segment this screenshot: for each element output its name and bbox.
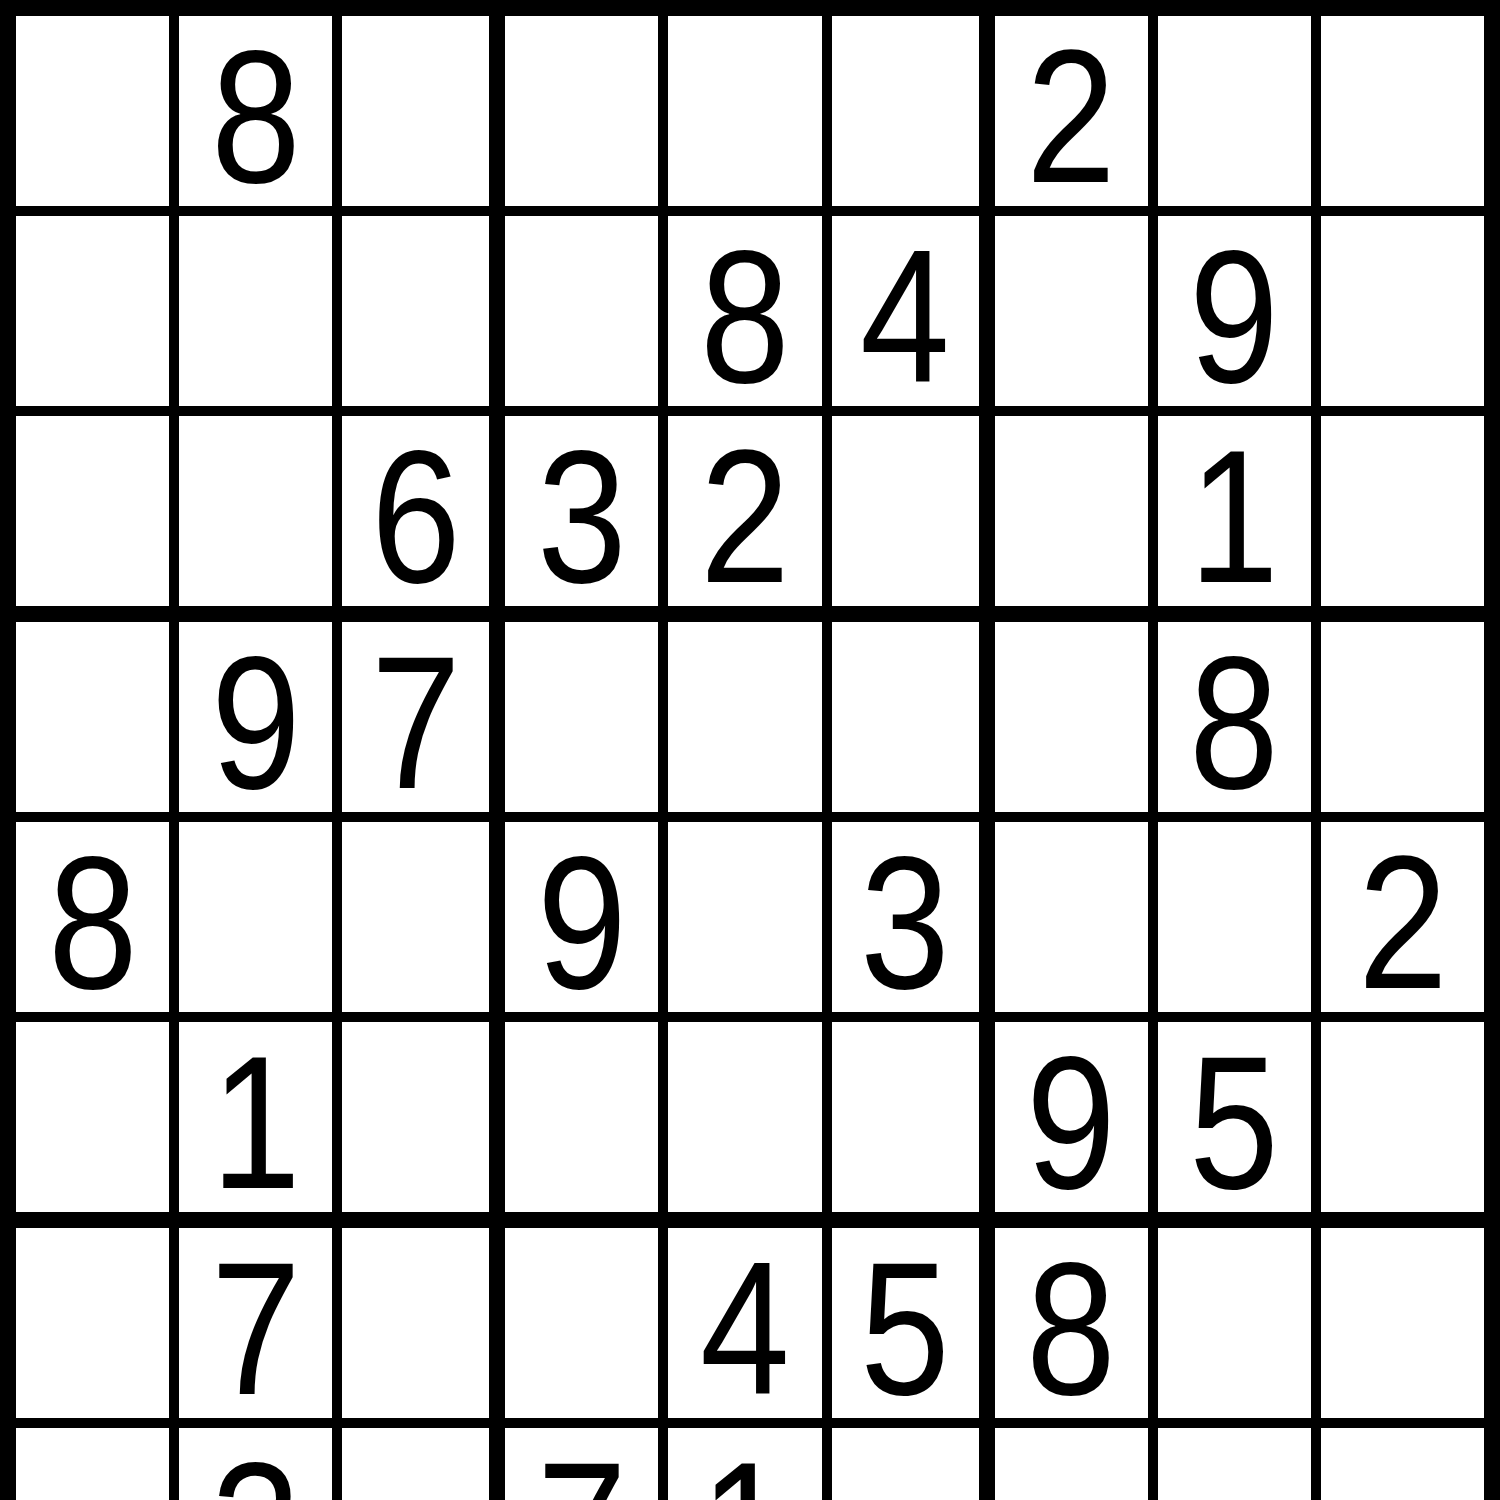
sudoku-cell-r6c4[interactable] xyxy=(505,1022,668,1228)
cell-digit: 7 xyxy=(211,1233,301,1423)
sudoku-cell-r1c1[interactable] xyxy=(16,16,179,216)
cell-digit: 1 xyxy=(700,1433,790,1500)
sudoku-cell-r7c5[interactable]: 4 xyxy=(668,1228,831,1428)
cell-digit: 8 xyxy=(1026,1233,1116,1423)
sudoku-cell-r1c3[interactable] xyxy=(342,16,505,216)
sudoku-cell-r7c8[interactable] xyxy=(1158,1228,1321,1428)
sudoku-cell-r5c2[interactable] xyxy=(179,822,342,1022)
sudoku-cell-r5c8[interactable] xyxy=(1158,822,1321,1022)
sudoku-cell-r5c4[interactable]: 9 xyxy=(505,822,668,1022)
cell-digit: 7 xyxy=(537,1433,627,1500)
sudoku-cell-r8c8[interactable] xyxy=(1158,1428,1321,1500)
sudoku-cell-r4c9[interactable] xyxy=(1321,622,1484,822)
sudoku-cell-r8c2[interactable]: 3 xyxy=(179,1428,342,1500)
sudoku-cell-r4c7[interactable] xyxy=(995,622,1158,822)
sudoku-cell-r3c1[interactable] xyxy=(16,416,179,622)
sudoku-cell-r2c4[interactable] xyxy=(505,216,668,416)
sudoku-cell-r7c6[interactable]: 5 xyxy=(832,1228,995,1428)
sudoku-cell-r4c3[interactable]: 7 xyxy=(342,622,505,822)
sudoku-cell-r2c2[interactable] xyxy=(179,216,342,416)
sudoku-cell-r2c3[interactable] xyxy=(342,216,505,416)
sudoku-cell-r8c4[interactable]: 7 xyxy=(505,1428,668,1500)
sudoku-cell-r7c3[interactable] xyxy=(342,1228,505,1428)
sudoku-cell-r7c4[interactable] xyxy=(505,1228,668,1428)
cell-digit: 2 xyxy=(1358,827,1448,1017)
sudoku-cell-r5c1[interactable]: 8 xyxy=(16,822,179,1022)
cell-digit: 4 xyxy=(700,1233,790,1423)
sudoku-cell-r8c9[interactable] xyxy=(1321,1428,1484,1500)
sudoku-cell-r6c6[interactable] xyxy=(832,1022,995,1228)
sudoku-cell-r3c5[interactable]: 2 xyxy=(668,416,831,622)
cell-digit: 4 xyxy=(860,221,950,411)
sudoku-cell-r2c5[interactable]: 8 xyxy=(668,216,831,416)
sudoku-cell-r6c7[interactable]: 9 xyxy=(995,1022,1158,1228)
cell-digit: 2 xyxy=(700,421,790,611)
sudoku-cell-r5c3[interactable] xyxy=(342,822,505,1022)
sudoku-cell-r5c7[interactable] xyxy=(995,822,1158,1022)
cell-digit: 8 xyxy=(1189,627,1279,817)
sudoku-cell-r3c4[interactable]: 3 xyxy=(505,416,668,622)
sudoku-cell-r8c7[interactable] xyxy=(995,1428,1158,1500)
sudoku-cell-r6c1[interactable] xyxy=(16,1022,179,1228)
cell-digit: 1 xyxy=(211,1027,301,1217)
sudoku-cell-r2c7[interactable] xyxy=(995,216,1158,416)
cell-digit: 5 xyxy=(1189,1027,1279,1217)
sudoku-cell-r7c2[interactable]: 7 xyxy=(179,1228,342,1428)
sudoku-cell-r4c4[interactable] xyxy=(505,622,668,822)
cell-digit: 6 xyxy=(371,421,461,611)
cell-digit: 3 xyxy=(537,421,627,611)
sudoku-cell-r4c6[interactable] xyxy=(832,622,995,822)
sudoku-cell-r7c7[interactable]: 8 xyxy=(995,1228,1158,1428)
sudoku-cell-r6c8[interactable]: 5 xyxy=(1158,1022,1321,1228)
sudoku-cell-r4c5[interactable] xyxy=(668,622,831,822)
sudoku-cell-r5c5[interactable] xyxy=(668,822,831,1022)
cell-digit: 8 xyxy=(211,21,301,211)
cell-digit: 3 xyxy=(211,1433,301,1500)
cell-digit: 3 xyxy=(860,827,950,1017)
sudoku-cell-r8c1[interactable] xyxy=(16,1428,179,1500)
sudoku-cell-r6c5[interactable] xyxy=(668,1022,831,1228)
sudoku-cell-r6c2[interactable]: 1 xyxy=(179,1022,342,1228)
sudoku-cell-r4c1[interactable] xyxy=(16,622,179,822)
sudoku-cell-r4c2[interactable]: 9 xyxy=(179,622,342,822)
sudoku-cell-r1c4[interactable] xyxy=(505,16,668,216)
sudoku-cell-r3c7[interactable] xyxy=(995,416,1158,622)
sudoku-cell-r3c2[interactable] xyxy=(179,416,342,622)
sudoku-cell-r6c3[interactable] xyxy=(342,1022,505,1228)
sudoku-cell-r2c8[interactable]: 9 xyxy=(1158,216,1321,416)
sudoku-cell-r3c3[interactable]: 6 xyxy=(342,416,505,622)
sudoku-board: 8284963219788932195745837184 xyxy=(0,0,1500,1500)
cell-digit: 9 xyxy=(1189,221,1279,411)
sudoku-cell-r2c9[interactable] xyxy=(1321,216,1484,416)
sudoku-cell-r5c9[interactable]: 2 xyxy=(1321,822,1484,1022)
sudoku-cell-r2c6[interactable]: 4 xyxy=(832,216,995,416)
cell-digit: 9 xyxy=(1026,1027,1116,1217)
sudoku-cell-r1c7[interactable]: 2 xyxy=(995,16,1158,216)
cell-digit: 7 xyxy=(371,627,461,817)
cell-digit: 8 xyxy=(48,827,138,1017)
sudoku-cell-r6c9[interactable] xyxy=(1321,1022,1484,1228)
sudoku-cell-r1c6[interactable] xyxy=(832,16,995,216)
sudoku-cell-r1c8[interactable] xyxy=(1158,16,1321,216)
cell-digit: 2 xyxy=(1026,21,1116,211)
sudoku-cell-r8c6[interactable] xyxy=(832,1428,995,1500)
sudoku-cell-r8c5[interactable]: 1 xyxy=(668,1428,831,1500)
cell-digit: 1 xyxy=(1189,421,1279,611)
sudoku-cell-r7c1[interactable] xyxy=(16,1228,179,1428)
cell-digit: 8 xyxy=(700,221,790,411)
sudoku-cell-r1c2[interactable]: 8 xyxy=(179,16,342,216)
cell-digit: 5 xyxy=(860,1233,950,1423)
sudoku-cell-r1c5[interactable] xyxy=(668,16,831,216)
sudoku-cell-r3c8[interactable]: 1 xyxy=(1158,416,1321,622)
sudoku-cell-r8c3[interactable] xyxy=(342,1428,505,1500)
cell-digit: 9 xyxy=(537,827,627,1017)
sudoku-cell-r2c1[interactable] xyxy=(16,216,179,416)
sudoku-cell-r1c9[interactable] xyxy=(1321,16,1484,216)
sudoku-cell-r3c6[interactable] xyxy=(832,416,995,622)
sudoku-cell-r3c9[interactable] xyxy=(1321,416,1484,622)
cell-digit: 9 xyxy=(211,627,301,817)
sudoku-cell-r7c9[interactable] xyxy=(1321,1228,1484,1428)
sudoku-cell-r4c8[interactable]: 8 xyxy=(1158,622,1321,822)
sudoku-cell-r5c6[interactable]: 3 xyxy=(832,822,995,1022)
